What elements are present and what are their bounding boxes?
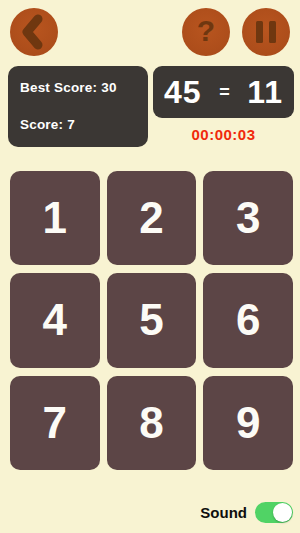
number-keypad: 1 2 3 4 5 6 7 8 9 bbox=[10, 171, 293, 470]
sound-row: Sound bbox=[200, 502, 293, 523]
sound-toggle[interactable] bbox=[255, 502, 293, 523]
key-4[interactable]: 4 bbox=[10, 273, 100, 367]
pause-bar-right bbox=[269, 21, 276, 43]
toggle-knob bbox=[273, 503, 292, 522]
key-7[interactable]: 7 bbox=[10, 376, 100, 470]
question-mark-icon: ? bbox=[197, 16, 215, 46]
key-2[interactable]: 2 bbox=[107, 171, 197, 265]
pause-button[interactable] bbox=[242, 8, 290, 56]
equals-sign: = bbox=[219, 83, 230, 101]
key-1[interactable]: 1 bbox=[10, 171, 100, 265]
key-5[interactable]: 5 bbox=[107, 273, 197, 367]
key-3[interactable]: 3 bbox=[203, 171, 293, 265]
key-6[interactable]: 6 bbox=[203, 273, 293, 367]
equation-panel: 45 = 11 bbox=[153, 66, 294, 118]
key-9[interactable]: 9 bbox=[203, 376, 293, 470]
pause-bar-left bbox=[256, 21, 263, 43]
help-button[interactable]: ? bbox=[182, 8, 230, 56]
back-button[interactable] bbox=[10, 8, 58, 56]
pause-icon bbox=[256, 21, 276, 43]
chevron-left-icon bbox=[10, 6, 58, 58]
equation-left-value: 45 bbox=[164, 76, 202, 108]
timer-text: 00:00:03 bbox=[153, 126, 294, 143]
score-panel: Best Score: 30 Score: 7 bbox=[8, 66, 148, 147]
score-text: Score: 7 bbox=[20, 117, 136, 133]
sound-label: Sound bbox=[200, 504, 247, 521]
key-8[interactable]: 8 bbox=[107, 376, 197, 470]
equation-right-value: 11 bbox=[247, 76, 283, 108]
best-score-text: Best Score: 30 bbox=[20, 80, 136, 96]
